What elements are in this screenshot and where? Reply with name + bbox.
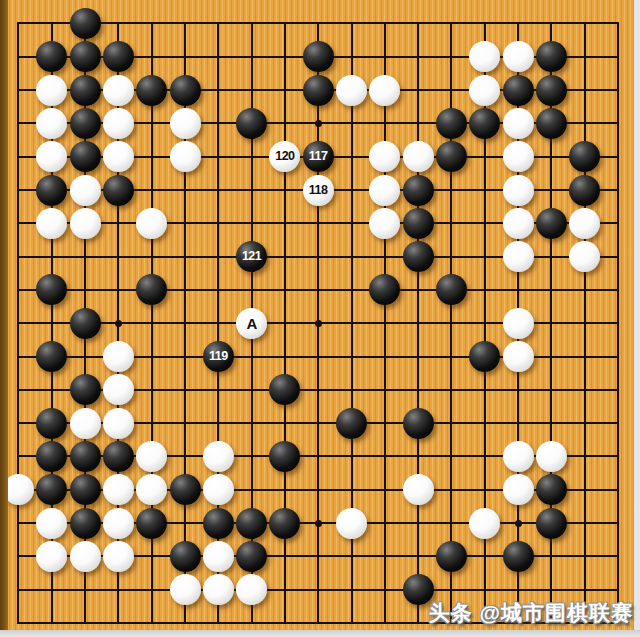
stone-white[interactable] [569,208,600,239]
stone-white[interactable] [136,208,167,239]
stone-black[interactable] [536,474,567,505]
stone-black[interactable] [36,175,67,206]
stone-black[interactable]: 117 [303,141,334,172]
grid-line-vertical [584,24,586,623]
stone-white[interactable] [569,241,600,272]
stone-black[interactable] [436,541,467,572]
move-number-label: 121 [242,250,261,263]
stone-black[interactable] [70,441,101,472]
stone-white[interactable] [369,75,400,106]
stone-white[interactable] [103,374,134,405]
stone-white[interactable] [103,474,134,505]
stone-black[interactable] [569,175,600,206]
stone-white[interactable] [403,141,434,172]
stone-white[interactable] [503,308,534,339]
stone-white[interactable] [203,474,234,505]
star-point [315,520,322,527]
stone-black[interactable] [403,175,434,206]
move-number-label: 120 [275,150,294,163]
stone-white[interactable] [170,574,201,605]
stone-white[interactable] [36,75,67,106]
stone-white[interactable] [70,208,101,239]
stone-black[interactable] [70,474,101,505]
stone-black[interactable] [536,41,567,72]
stone-white[interactable] [503,175,534,206]
stone-white[interactable] [503,441,534,472]
board-right-edge [634,0,640,637]
stone-black[interactable] [36,408,67,439]
stone-white[interactable] [36,108,67,139]
star-point [315,120,322,127]
stone-white[interactable] [336,508,367,539]
stone-white[interactable] [103,508,134,539]
stone-white[interactable] [403,474,434,505]
stone-black[interactable] [203,508,234,539]
star-point [115,320,122,327]
stone-black[interactable] [103,175,134,206]
grid-line-vertical [384,24,386,623]
stone-white[interactable] [369,208,400,239]
stone-black[interactable] [136,75,167,106]
stone-black[interactable] [403,408,434,439]
stone-black[interactable] [503,541,534,572]
stone-white[interactable]: A [236,308,267,339]
stone-black[interactable] [70,141,101,172]
go-board[interactable]: 头条 @城市围棋联赛 120117118121A119 [0,0,640,637]
board-bottom-edge [0,630,640,637]
stone-white[interactable] [103,141,134,172]
stone-black[interactable] [70,108,101,139]
stone-white[interactable] [203,441,234,472]
stone-black[interactable] [236,508,267,539]
stone-white[interactable] [469,508,500,539]
stone-black[interactable] [70,308,101,339]
stone-white[interactable] [36,208,67,239]
stone-black[interactable] [469,341,500,372]
stone-black[interactable] [536,108,567,139]
stone-black[interactable] [269,508,300,539]
stone-black[interactable] [36,441,67,472]
move-number-label: 119 [209,350,228,363]
stone-white[interactable] [70,408,101,439]
stone-white[interactable] [170,141,201,172]
stone-black[interactable] [336,408,367,439]
stone-white[interactable] [103,408,134,439]
grid-line-horizontal [19,589,618,591]
stone-white[interactable] [203,541,234,572]
stone-black[interactable] [70,8,101,39]
watermark: 头条 @城市围棋联赛 [429,599,633,627]
stone-white[interactable] [103,541,134,572]
stone-white[interactable] [503,341,534,372]
stone-white[interactable] [469,75,500,106]
board-left-edge [0,0,8,637]
stone-black[interactable] [170,541,201,572]
grid-line-vertical [417,24,419,623]
stone-white[interactable] [103,75,134,106]
stone-black[interactable] [403,208,434,239]
stone-black[interactable] [436,108,467,139]
stone-black[interactable]: 119 [203,341,234,372]
stone-black[interactable]: 121 [236,241,267,272]
stone-black[interactable] [170,75,201,106]
stone-black[interactable] [70,374,101,405]
stone-white[interactable] [336,75,367,106]
move-number-label: 118 [309,184,328,197]
stone-black[interactable] [236,108,267,139]
stone-black[interactable] [170,474,201,505]
stone-white[interactable] [236,574,267,605]
stone-white[interactable] [36,541,67,572]
stone-black[interactable] [536,208,567,239]
stone-white[interactable] [70,175,101,206]
stone-black[interactable] [136,508,167,539]
stone-black[interactable] [536,75,567,106]
stone-black[interactable] [70,75,101,106]
stone-black[interactable] [403,241,434,272]
stone-black[interactable] [70,508,101,539]
marker-label: A [246,316,256,331]
star-point [315,320,322,327]
star-point [515,520,522,527]
stone-white[interactable] [203,574,234,605]
stone-black[interactable] [303,41,334,72]
stone-white[interactable] [170,108,201,139]
stone-black[interactable] [103,441,134,472]
stone-black[interactable] [70,41,101,72]
stone-white[interactable] [503,241,534,272]
stone-white[interactable] [136,441,167,472]
stone-white[interactable] [503,108,534,139]
stone-white[interactable] [503,41,534,72]
stone-black[interactable] [303,75,334,106]
stone-white[interactable] [503,474,534,505]
stone-white[interactable] [503,141,534,172]
stone-white[interactable]: 118 [303,175,334,206]
stone-black[interactable] [436,141,467,172]
stone-black[interactable] [536,508,567,539]
stone-black[interactable] [103,41,134,72]
stone-black[interactable] [236,541,267,572]
stone-black[interactable] [503,75,534,106]
move-number-label: 117 [309,150,328,163]
stone-white[interactable] [36,508,67,539]
stone-white[interactable] [103,108,134,139]
stone-white[interactable] [103,341,134,372]
stone-white[interactable] [70,541,101,572]
stone-black[interactable] [469,108,500,139]
stone-white[interactable] [536,441,567,472]
stone-white[interactable] [369,175,400,206]
stone-white[interactable] [503,208,534,239]
